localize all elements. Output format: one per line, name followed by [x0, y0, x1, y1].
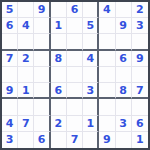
sudoku-cell-r1c2[interactable]: [18, 2, 34, 18]
sudoku-cell-r7c5[interactable]: [67, 99, 83, 115]
sudoku-cell-r8c5[interactable]: [67, 116, 83, 132]
sudoku-cell-r6c6[interactable]: 3: [83, 83, 99, 99]
sudoku-cell-r1c7[interactable]: 4: [99, 2, 115, 18]
sudoku-cell-r2c3[interactable]: [34, 18, 50, 34]
sudoku-cell-r8c1[interactable]: 4: [2, 116, 18, 132]
sudoku-cell-r3c8[interactable]: [116, 34, 132, 50]
sudoku-cell-r2c8[interactable]: 9: [116, 18, 132, 34]
sudoku-cell-r5c2[interactable]: [18, 67, 34, 83]
sudoku-cell-r2c7[interactable]: [99, 18, 115, 34]
sudoku-cell-r7c1[interactable]: [2, 99, 18, 115]
sudoku-cell-r7c6[interactable]: [83, 99, 99, 115]
sudoku-cell-r2c9[interactable]: 3: [132, 18, 148, 34]
sudoku-cell-r1c8[interactable]: [116, 2, 132, 18]
sudoku-cell-r6c5[interactable]: [67, 83, 83, 99]
sudoku-cell-r3c2[interactable]: [18, 34, 34, 50]
sudoku-cell-r4c8[interactable]: 6: [116, 51, 132, 67]
sudoku-cell-r7c7[interactable]: [99, 99, 115, 115]
sudoku-cell-r4c6[interactable]: 4: [83, 51, 99, 67]
sudoku-cell-r6c7[interactable]: [99, 83, 115, 99]
sudoku-cell-r8c3[interactable]: [34, 116, 50, 132]
sudoku-cell-r8c8[interactable]: 3: [116, 116, 132, 132]
sudoku-cell-r6c2[interactable]: 1: [18, 83, 34, 99]
sudoku-cell-r9c9[interactable]: 1: [132, 132, 148, 148]
sudoku-cell-r9c5[interactable]: 7: [67, 132, 83, 148]
sudoku-cell-r3c3[interactable]: [34, 34, 50, 50]
sudoku-cell-r4c1[interactable]: 7: [2, 51, 18, 67]
sudoku-cell-r3c1[interactable]: [2, 34, 18, 50]
sudoku-cell-r9c4[interactable]: [51, 132, 67, 148]
sudoku-cell-r4c7[interactable]: [99, 51, 115, 67]
sudoku-cell-r8c4[interactable]: 2: [51, 116, 67, 132]
sudoku-cell-r2c4[interactable]: 1: [51, 18, 67, 34]
sudoku-cell-r4c9[interactable]: 9: [132, 51, 148, 67]
sudoku-cell-r3c7[interactable]: [99, 34, 115, 50]
sudoku-cell-r7c8[interactable]: [116, 99, 132, 115]
sudoku-cell-r5c3[interactable]: [34, 67, 50, 83]
sudoku-cell-r7c9[interactable]: [132, 99, 148, 115]
sudoku-cell-r8c7[interactable]: [99, 116, 115, 132]
sudoku-cell-r2c6[interactable]: 5: [83, 18, 99, 34]
sudoku-cell-r6c8[interactable]: 8: [116, 83, 132, 99]
sudoku-cell-r8c9[interactable]: 6: [132, 116, 148, 132]
sudoku-cell-r5c5[interactable]: [67, 67, 83, 83]
sudoku-cell-r5c4[interactable]: [51, 67, 67, 83]
sudoku-cell-r7c3[interactable]: [34, 99, 50, 115]
sudoku-cell-r9c8[interactable]: [116, 132, 132, 148]
sudoku-cell-r1c4[interactable]: [51, 2, 67, 18]
sudoku-cell-r4c5[interactable]: [67, 51, 83, 67]
sudoku-cell-r2c2[interactable]: 4: [18, 18, 34, 34]
sudoku-cell-r6c9[interactable]: 7: [132, 83, 148, 99]
sudoku-cell-r9c1[interactable]: 3: [2, 132, 18, 148]
sudoku-cell-r5c1[interactable]: [2, 67, 18, 83]
sudoku-cell-r9c2[interactable]: [18, 132, 34, 148]
sudoku-cell-r5c9[interactable]: [132, 67, 148, 83]
sudoku-cell-r1c5[interactable]: 6: [67, 2, 83, 18]
sudoku-cell-r1c6[interactable]: [83, 2, 99, 18]
sudoku-cell-r3c9[interactable]: [132, 34, 148, 50]
sudoku-cell-r3c6[interactable]: [83, 34, 99, 50]
sudoku-cell-r9c6[interactable]: [83, 132, 99, 148]
sudoku-cell-r3c5[interactable]: [67, 34, 83, 50]
sudoku-cell-r4c3[interactable]: [34, 51, 50, 67]
sudoku-cell-r5c8[interactable]: [116, 67, 132, 83]
sudoku-cell-r9c3[interactable]: 6: [34, 132, 50, 148]
sudoku-cell-r6c3[interactable]: [34, 83, 50, 99]
sudoku-board: 5964264159372846991638747213636791: [0, 0, 150, 150]
sudoku-cell-r6c4[interactable]: 6: [51, 83, 67, 99]
sudoku-cell-r5c7[interactable]: [99, 67, 115, 83]
sudoku-cell-r7c2[interactable]: [18, 99, 34, 115]
sudoku-cell-r1c9[interactable]: 2: [132, 2, 148, 18]
sudoku-cell-r1c1[interactable]: 5: [2, 2, 18, 18]
sudoku-cell-r6c1[interactable]: 9: [2, 83, 18, 99]
sudoku-cell-r5c6[interactable]: [83, 67, 99, 83]
sudoku-cell-r4c2[interactable]: 2: [18, 51, 34, 67]
sudoku-cell-r2c5[interactable]: [67, 18, 83, 34]
sudoku-cell-r8c6[interactable]: 1: [83, 116, 99, 132]
sudoku-cell-r3c4[interactable]: [51, 34, 67, 50]
sudoku-cell-r8c2[interactable]: 7: [18, 116, 34, 132]
sudoku-cell-r9c7[interactable]: 9: [99, 132, 115, 148]
sudoku-cell-r1c3[interactable]: 9: [34, 2, 50, 18]
sudoku-cell-r2c1[interactable]: 6: [2, 18, 18, 34]
sudoku-cell-r7c4[interactable]: [51, 99, 67, 115]
sudoku-cell-r4c4[interactable]: 8: [51, 51, 67, 67]
